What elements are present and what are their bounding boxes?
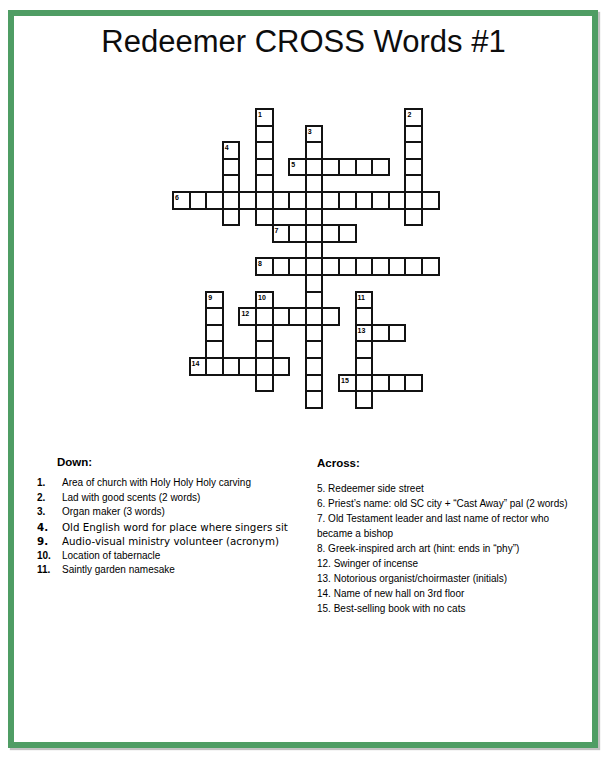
cell-clue-number: 15 [341,377,349,384]
across-clues-heading: Across: [317,456,591,470]
down-clue-text: Location of tabernacle [62,549,160,564]
across-clue-line: 5. Redeemer side street [317,481,591,496]
cell-clue-number: 1 [258,111,262,118]
across-clue-line: 14. Name of new hall on 3rd floor [317,586,591,601]
down-clue: 10.Location of tabernacle [37,549,307,564]
down-clue: 9.Audio-visual ministry volunteer (acron… [37,534,307,549]
cell-clue-number: 9 [208,294,212,301]
down-clue-text: Organ maker (3 words) [62,505,165,520]
down-clue-text: Saintly garden namesake [62,563,175,578]
cell-clue-number: 7 [275,227,279,234]
down-clue: 11.Saintly garden namesake [37,563,307,578]
across-clue-list: 5. Redeemer side street6. Priest’s name:… [317,481,591,616]
down-clues-section: Down: 1.Area of church with Holy Holy Ho… [37,455,307,578]
cell-clue-number: 5 [291,161,295,168]
crossword-cell[interactable] [338,224,357,243]
down-clue-text: Lad with good scents (2 words) [62,491,200,506]
down-clue-number: 3. [37,505,62,520]
across-clues-section: Across: 5. Redeemer side street6. Priest… [317,456,591,616]
across-clue-line: 13. Notorious organist/choirmaster (init… [317,571,591,586]
across-clue-line: became a bishop [317,526,591,541]
down-clue: 2.Lad with good scents (2 words) [37,491,307,506]
cell-clue-number: 6 [175,194,179,201]
down-clue-text: Area of church with Holy Holy Holy carvi… [62,476,251,491]
down-clue-number: 11. [37,563,62,578]
cell-clue-number: 2 [407,111,411,118]
crossword-board: 123456789101112131415 [172,108,440,408]
down-clues-heading: Down: [57,455,307,469]
down-clue-text: Old English word for place where singers… [62,520,288,535]
across-clue-line: 7. Old Testament leader and last name of… [317,511,591,526]
down-clue-list: 1.Area of church with Holy Holy Holy car… [37,476,307,578]
cell-clue-number: 3 [308,128,312,135]
across-clue-line: 15. Best-selling book with no cats [317,601,591,616]
cell-clue-number: 10 [258,294,266,301]
crossword-cell[interactable] [321,307,340,326]
down-clue-number: 4. [37,520,62,535]
down-clue-number: 9. [37,534,62,549]
cell-clue-number: 14 [192,360,200,367]
crossword-cell[interactable] [305,390,324,409]
across-clue-line: 12. Swinger of incense [317,556,591,571]
crossword-cell[interactable] [222,208,241,227]
down-clue-number: 2. [37,491,62,506]
crossword-cell[interactable] [255,374,274,393]
down-clue: 4.Old English word for place where singe… [37,520,307,535]
cell-clue-number: 11 [358,294,365,301]
cell-clue-number: 8 [258,260,262,267]
down-clue-number: 1. [37,476,62,491]
crossword-cell[interactable] [371,158,390,177]
crossword-page: Redeemer CROSS Words #1 1234567891011121… [0,0,607,758]
across-clue-line: 8. Greek-inspired arch art (hint: ends i… [317,541,591,556]
cell-clue-number: 13 [358,327,366,334]
crossword-cell[interactable] [404,374,423,393]
down-clue-text: Audio-visual ministry volunteer (acronym… [62,534,279,549]
crossword-cell[interactable] [421,257,440,276]
crossword-cell[interactable] [421,191,440,210]
crossword-cell[interactable] [355,390,374,409]
crossword-cell[interactable] [404,208,423,227]
crossword-cell[interactable] [388,324,407,343]
across-clue-line: 6. Priest’s name: old SC city + “Cast Aw… [317,496,591,511]
crossword-cell[interactable] [272,357,291,376]
down-clue: 3.Organ maker (3 words) [37,505,307,520]
down-clue-number: 10. [37,549,62,564]
page-title: Redeemer CROSS Words #1 [0,25,607,59]
cell-clue-number: 12 [241,310,249,317]
cell-clue-number: 4 [225,144,229,151]
down-clue: 1.Area of church with Holy Holy Holy car… [37,476,307,491]
